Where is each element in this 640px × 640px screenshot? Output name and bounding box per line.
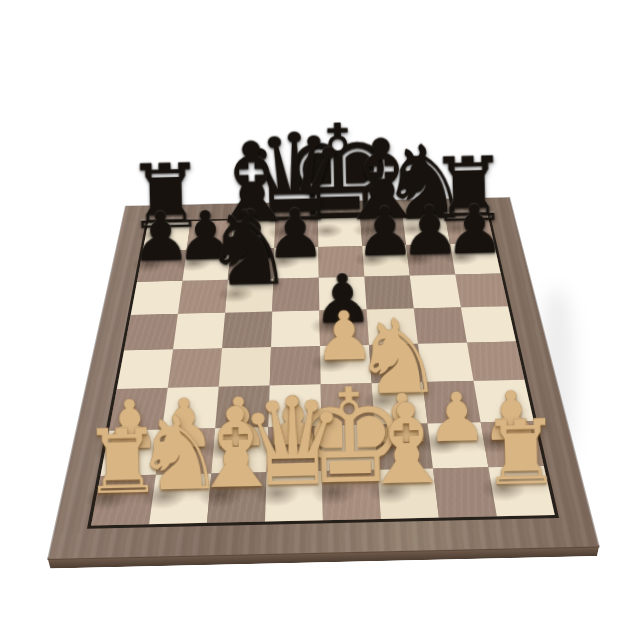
square-b4[interactable] [168,348,222,388]
square-a6[interactable] [131,280,183,314]
square-c6[interactable]: ♞ [225,278,273,312]
square-h7[interactable]: ♟ [450,243,501,274]
product-photo-stage: ♜♝♛♚♝♞♜♟♟♟♟♟♟♟♞♟♟♞♟♟♟♟♟♟♟♜♞♝♛♚♝♜ [0,0,640,640]
playing-area: ♜♝♛♚♝♞♜♟♟♟♟♟♟♟♞♟♟♞♟♟♟♟♟♟♟♜♞♝♛♚♝♜ [91,214,555,525]
square-h1[interactable]: ♜ [488,465,554,515]
white-rook-h1[interactable]: ♜ [454,407,587,498]
square-a1[interactable]: ♜ [91,474,156,525]
square-a4[interactable] [117,349,173,389]
square-h4[interactable] [467,341,525,380]
square-b5[interactable] [173,312,225,349]
square-c5[interactable] [222,311,272,348]
square-a5[interactable] [124,313,178,350]
chess-board: ♜♝♛♚♝♞♜♟♟♟♟♟♟♟♞♟♟♞♟♟♟♟♟♟♟♜♞♝♛♚♝♜ [48,197,598,558]
square-h5[interactable] [461,306,516,342]
scene: ♜♝♛♚♝♞♜♟♟♟♟♟♟♟♞♟♟♞♟♟♟♟♟♟♟♜♞♝♛♚♝♜ [0,0,640,640]
white-bishop-f1[interactable]: ♝ [340,388,473,501]
white-rook-a1[interactable]: ♜ [56,416,189,507]
board-frame: ♜♝♛♚♝♞♜♟♟♟♟♟♟♟♞♟♟♞♟♟♟♟♟♟♟♜♞♝♛♚♝♜ [48,197,598,558]
square-h6[interactable] [455,273,508,307]
black-pawn-h7[interactable]: ♟ [409,194,542,264]
square-f1[interactable]: ♝ [378,468,439,518]
